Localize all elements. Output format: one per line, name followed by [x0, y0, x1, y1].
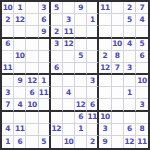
cell-r10c9-empty[interactable] — [112, 124, 124, 136]
cell-r2c3-given: 9 — [39, 26, 51, 38]
cell-r7c9-empty[interactable] — [112, 87, 124, 99]
cell-r5c0-given: 11 — [2, 63, 14, 75]
cell-r0c3-given: 3 — [39, 2, 51, 14]
cell-r11c2-empty[interactable] — [26, 136, 38, 148]
cell-r4c7-empty[interactable] — [87, 51, 99, 63]
cell-r8c5-empty[interactable] — [63, 99, 75, 111]
cell-r11c10-given: 12 — [124, 136, 136, 148]
cell-r8c8-empty[interactable] — [99, 99, 111, 111]
cell-r7c6-empty[interactable] — [75, 87, 87, 99]
cell-r9c8-given: 10 — [99, 112, 111, 124]
cell-r7c10-given: 1 — [124, 87, 136, 99]
cell-r5c9-given: 7 — [112, 63, 124, 75]
cell-r1c0-given: 2 — [2, 14, 14, 26]
cell-r0c10-given: 2 — [124, 2, 136, 14]
cell-r4c5-empty[interactable] — [63, 51, 75, 63]
cell-r10c3-empty[interactable] — [39, 124, 51, 136]
cell-r2c1-empty[interactable] — [14, 26, 26, 38]
cell-r6c2-given: 12 — [26, 75, 38, 87]
cell-r9c10-empty[interactable] — [124, 112, 136, 124]
cell-r0c8-given: 11 — [99, 2, 111, 14]
cell-r1c2-empty[interactable] — [26, 14, 38, 26]
cell-r2c8-empty[interactable] — [99, 26, 111, 38]
cell-r0c9-empty[interactable] — [112, 2, 124, 14]
cell-r8c6-given: 12 — [75, 99, 87, 111]
cell-r8c7-given: 6 — [87, 99, 99, 111]
cell-r11c3-given: 5 — [39, 136, 51, 148]
cell-r1c5-given: 3 — [63, 14, 75, 26]
cell-r3c5-given: 12 — [63, 39, 75, 51]
cell-r1c10-given: 5 — [124, 14, 136, 26]
cell-r7c0-given: 3 — [2, 87, 14, 99]
cell-r9c2-empty[interactable] — [26, 112, 38, 124]
cell-r11c1-given: 6 — [14, 136, 26, 148]
cell-r10c2-empty[interactable] — [26, 124, 38, 136]
cell-r0c0-given: 10 — [2, 2, 14, 14]
cell-r7c2-given: 6 — [26, 87, 38, 99]
cell-r11c11-given: 11 — [136, 136, 148, 148]
cell-r2c7-empty[interactable] — [87, 26, 99, 38]
cell-r4c9-given: 8 — [112, 51, 124, 63]
cell-r3c6-empty[interactable] — [75, 39, 87, 51]
cell-r3c3-empty[interactable] — [39, 39, 51, 51]
cell-r6c11-given: 10 — [136, 75, 148, 87]
cell-r10c1-given: 11 — [14, 124, 26, 136]
cell-r1c8-empty[interactable] — [99, 14, 111, 26]
cell-r5c1-empty[interactable] — [14, 63, 26, 75]
cell-r11c6-empty[interactable] — [75, 136, 87, 148]
cell-r1c6-empty[interactable] — [75, 14, 87, 26]
cell-r8c4-empty[interactable] — [51, 99, 63, 111]
cell-r9c3-empty[interactable] — [39, 112, 51, 124]
cell-r8c3-empty[interactable] — [39, 99, 51, 111]
cell-r5c8-given: 12 — [99, 63, 111, 75]
cell-r9c11-empty[interactable] — [136, 112, 148, 124]
sudoku-app: 1013591127212631549211631210451052861161… — [0, 0, 150, 150]
cell-r7c5-given: 4 — [63, 87, 75, 99]
cell-r2c4-given: 2 — [51, 26, 63, 38]
cell-r2c0-empty[interactable] — [2, 26, 14, 38]
cell-r2c10-empty[interactable] — [124, 26, 136, 38]
cell-r3c9-given: 10 — [112, 39, 124, 51]
cell-r5c4-given: 6 — [51, 63, 63, 75]
cell-r8c11-given: 3 — [136, 99, 148, 111]
cell-r6c6-empty[interactable] — [75, 75, 87, 87]
cell-r9c4-empty[interactable] — [51, 112, 63, 124]
cell-r10c10-given: 6 — [124, 124, 136, 136]
cell-r7c11-empty[interactable] — [136, 87, 148, 99]
cell-r0c7-empty[interactable] — [87, 2, 99, 14]
cell-r4c6-given: 5 — [75, 51, 87, 63]
cell-r2c2-empty[interactable] — [26, 26, 38, 38]
cell-r7c4-empty[interactable] — [51, 87, 63, 99]
cell-r4c1-given: 10 — [14, 51, 26, 63]
cell-r6c5-empty[interactable] — [63, 75, 75, 87]
cell-r10c0-given: 4 — [2, 124, 14, 136]
cell-r0c6-given: 9 — [75, 2, 87, 14]
cell-r5c2-empty[interactable] — [26, 63, 38, 75]
cell-r4c11-given: 6 — [136, 51, 148, 63]
cell-r8c10-empty[interactable] — [124, 99, 136, 111]
cell-r4c0-empty[interactable] — [2, 51, 14, 63]
cell-r10c7-empty[interactable] — [87, 124, 99, 136]
cell-r2c6-empty[interactable] — [75, 26, 87, 38]
cell-r2c11-empty[interactable] — [136, 26, 148, 38]
cell-r9c1-empty[interactable] — [14, 112, 26, 124]
cell-r9c6-given: 6 — [75, 112, 87, 124]
cell-r8c2-given: 10 — [26, 99, 38, 111]
cell-r4c2-empty[interactable] — [26, 51, 38, 63]
cell-r5c3-empty[interactable] — [39, 63, 51, 75]
cell-r6c4-empty[interactable] — [51, 75, 63, 87]
cell-r10c5-empty[interactable] — [63, 124, 75, 136]
cell-r0c2-empty[interactable] — [26, 2, 38, 14]
cell-r2c5-given: 11 — [63, 26, 75, 38]
cell-r3c1-empty[interactable] — [14, 39, 26, 51]
cell-r3c7-empty[interactable] — [87, 39, 99, 51]
cell-r1c1-given: 12 — [14, 14, 26, 26]
cell-r5c7-empty[interactable] — [87, 63, 99, 75]
cell-r6c0-empty[interactable] — [2, 75, 14, 87]
cell-r10c4-given: 12 — [51, 124, 63, 136]
cell-r7c1-empty[interactable] — [14, 87, 26, 99]
cell-r10c11-given: 8 — [136, 124, 148, 136]
cell-r3c8-empty[interactable] — [99, 39, 111, 51]
cell-r4c10-empty[interactable] — [124, 51, 136, 63]
cell-r11c8-given: 9 — [99, 136, 111, 148]
cell-r4c4-empty[interactable] — [51, 51, 63, 63]
cell-r3c11-given: 5 — [136, 39, 148, 51]
cell-r0c5-empty[interactable] — [63, 2, 75, 14]
cell-r6c9-empty[interactable] — [112, 75, 124, 87]
cell-r4c8-given: 2 — [99, 51, 111, 63]
sudoku-board: 1013591127212631549211631210451052861161… — [0, 0, 150, 150]
cell-r2c9-empty[interactable] — [112, 26, 124, 38]
cell-r4c3-empty[interactable] — [39, 51, 51, 63]
cell-r9c5-empty[interactable] — [63, 112, 75, 124]
cell-r5c6-empty[interactable] — [75, 63, 87, 75]
cell-r0c4-given: 5 — [51, 2, 63, 14]
cell-r9c7-given: 11 — [87, 112, 99, 124]
cell-r8c0-given: 7 — [2, 99, 14, 111]
cell-r1c4-empty[interactable] — [51, 14, 63, 26]
cell-r11c7-given: 2 — [87, 136, 99, 148]
cell-r11c4-empty[interactable] — [51, 136, 63, 148]
cell-r5c11-empty[interactable] — [136, 63, 148, 75]
cell-r7c7-empty[interactable] — [87, 87, 99, 99]
cell-r0c1-given: 1 — [14, 2, 26, 14]
cell-r5c10-given: 3 — [124, 63, 136, 75]
cell-r6c8-empty[interactable] — [99, 75, 111, 87]
cell-r1c7-given: 1 — [87, 14, 99, 26]
cell-r10c6-given: 1 — [75, 124, 87, 136]
cell-r9c0-empty[interactable] — [2, 112, 14, 124]
cell-r0c11-given: 7 — [136, 2, 148, 14]
cell-r1c9-empty[interactable] — [112, 14, 124, 26]
cell-r3c10-given: 4 — [124, 39, 136, 51]
cell-r6c1-given: 9 — [14, 75, 26, 87]
cell-r6c3-given: 1 — [39, 75, 51, 87]
cell-r1c11-given: 4 — [136, 14, 148, 26]
cell-r7c3-given: 11 — [39, 87, 51, 99]
cell-r3c4-given: 3 — [51, 39, 63, 51]
cell-r11c0-given: 1 — [2, 136, 14, 148]
cell-r8c1-given: 4 — [14, 99, 26, 111]
cell-r1c3-given: 6 — [39, 14, 51, 26]
cell-r11c9-empty[interactable] — [112, 136, 124, 148]
cell-r3c0-given: 6 — [2, 39, 14, 51]
cell-r5c5-empty[interactable] — [63, 63, 75, 75]
cell-r3c2-empty[interactable] — [26, 39, 38, 51]
cell-r10c8-given: 3 — [99, 124, 111, 136]
cell-r7c8-empty[interactable] — [99, 87, 111, 99]
cell-r11c5-given: 10 — [63, 136, 75, 148]
cell-r8c9-empty[interactable] — [112, 99, 124, 111]
cell-r6c10-empty[interactable] — [124, 75, 136, 87]
cell-r6c7-given: 3 — [87, 75, 99, 87]
cell-r9c9-empty[interactable] — [112, 112, 124, 124]
